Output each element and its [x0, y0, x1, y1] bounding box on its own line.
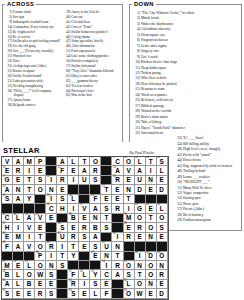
cell-number: 31 — [3, 214, 6, 217]
grid-cell-r12c2: 52E — [13, 261, 24, 270]
cell-letter: U — [137, 177, 142, 183]
cell-letter: T — [116, 253, 120, 259]
clue-text: “Tiny Alice” dramatist Edward — [71, 69, 114, 73]
cell-letter: O — [137, 281, 142, 287]
grid-cell-r14c15: E — [157, 280, 168, 289]
clue-text: Tea leaf readers — [71, 84, 93, 88]
grid-cell-r6c9: A — [90, 204, 101, 213]
cell-number: 48 — [135, 252, 138, 255]
black-cell-r14c11 — [112, 280, 123, 289]
cell-letter: S — [93, 244, 97, 250]
grid-cell-r14c9: S — [90, 280, 101, 289]
grid-cell-r5c6: S — [57, 195, 68, 204]
cell-letter: I — [150, 168, 152, 174]
grid-cell-r3c15: E — [157, 176, 168, 185]
cell-letter: E — [5, 168, 9, 174]
byline: By Paul Placko — [129, 150, 154, 155]
clue-text: Stellar plea to quit fooling around? — [12, 39, 60, 43]
grid-cell-r11c14: 49D — [146, 252, 157, 261]
grid-cell-r8c13: R — [135, 223, 146, 232]
cell-letter: V — [27, 244, 31, 250]
clue-text: High-level execs, slangily — [182, 147, 220, 151]
cell-letter: E — [104, 281, 108, 287]
cell-letter: V — [27, 225, 31, 231]
cell-number: 23 — [47, 195, 50, 198]
cell-number: 56 — [3, 271, 6, 274]
clue-text: Tel ___, Israel — [182, 136, 204, 140]
grid-cell-r7c2: 32L — [13, 214, 24, 223]
clue-text: Femme fatale — [12, 10, 31, 14]
cell-letter: L — [127, 281, 131, 287]
cell-number: 61 — [69, 280, 72, 283]
clue-text: Sinus specialist, briefly — [71, 39, 104, 43]
across-clue-column-2: 39) Amor, to the Greeks40) Cast out41) C… — [65, 10, 121, 108]
grid-cell-r9c12: R — [124, 233, 135, 242]
grid-cell-r11c11: T — [112, 252, 123, 261]
clue-text: Narcissist’s love — [71, 89, 94, 93]
grid-cell-r4c10: 21T — [101, 185, 112, 194]
cell-letter: L — [138, 159, 142, 165]
cell-number: 30 — [157, 204, 160, 207]
grid-cell-r2c14: I — [146, 166, 157, 175]
grid-cell-r12c15: N — [157, 261, 168, 270]
cell-letter: F — [104, 291, 108, 297]
down-clues-beside-grid: 33) Tel ___, Israel34) Bill-killing abil… — [176, 136, 239, 223]
grid-cell-r7c9: N — [90, 214, 101, 223]
cell-letter: S — [5, 291, 9, 297]
cell-number: 40 — [3, 233, 6, 236]
grid-cell-r6c13: 28G — [135, 204, 146, 213]
clue-text: Kitchen device that rings — [140, 60, 177, 64]
cell-number: 25 — [91, 195, 94, 198]
cell-letter: R — [71, 234, 76, 240]
cell-letter: B — [93, 225, 98, 231]
grid-cell-r4c4: O — [35, 185, 46, 194]
grid-cell-r5c12: T — [124, 195, 135, 204]
grid-cell-r9c9: A — [90, 233, 101, 242]
cell-letter: R — [82, 225, 87, 231]
grid-cell-r1c9: 8O — [90, 157, 101, 166]
grid-cell-r8c12: 39E — [124, 223, 135, 232]
cell-number: 42 — [113, 233, 116, 236]
grid-cell-r7c10: T — [101, 214, 112, 223]
cell-letter: E — [38, 168, 42, 174]
cell-letter: A — [137, 168, 142, 174]
cell-letter: R — [16, 168, 21, 174]
cell-letter: B — [27, 281, 32, 287]
across-clue-columns: 1) Femme fatale5) Sax type9) Indianapoli… — [3, 5, 122, 110]
cell-letter: E — [149, 187, 153, 193]
cell-number: 29 — [146, 204, 149, 207]
cell-letter: T — [38, 234, 42, 240]
grid-cell-r14c12: 62L — [124, 280, 135, 289]
grid-cell-r10c8: E — [79, 242, 90, 251]
grid-cell-r3c14: N — [146, 176, 157, 185]
cell-letter: I — [139, 253, 141, 259]
crossword-page: ACROSS 1) Femme fatale5) Sax type9) Indi… — [0, 0, 244, 300]
grid-cell-r3c11: 19R — [112, 176, 123, 185]
cell-letter: R — [38, 291, 43, 297]
clue-text: Reasons to cram — [140, 87, 165, 91]
clue-text: Org. supported by trick-or-treaters — [182, 164, 232, 168]
cell-letter: E — [126, 177, 130, 183]
grid-cell-r13c10: C — [101, 270, 112, 279]
cell-letter: H — [60, 206, 65, 212]
cell-letter: S — [104, 206, 108, 212]
cell-number: 13 — [157, 157, 160, 160]
grid-cell-r2c3: I — [24, 166, 35, 175]
grid-cell-r13c4: W — [35, 270, 46, 279]
cell-number: 11 — [135, 157, 138, 160]
cell-letter: E — [149, 291, 153, 297]
grid-cell-r12c5: N — [46, 261, 57, 270]
grid-cell-r9c2: M — [13, 233, 24, 242]
cell-letter: I — [50, 253, 52, 259]
cell-letter: S — [5, 196, 9, 202]
cell-letter: T — [71, 244, 75, 250]
clue-text: Stellar hometown politico? — [71, 30, 109, 34]
grid-cell-r3c8: U — [79, 176, 90, 185]
cell-letter: R — [93, 168, 98, 174]
cell-letter: L — [160, 206, 164, 212]
title-bar: STELLAR By Paul Placko — [2, 142, 168, 156]
cell-letter: I — [128, 206, 130, 212]
grid-cell-r14c4: E — [35, 280, 46, 289]
cell-letter: N — [93, 215, 98, 221]
clue-text: Heap kudos upon — [140, 66, 166, 70]
cell-letter: S — [93, 281, 97, 287]
clue-text: Match locale — [140, 16, 160, 20]
cell-letter: M — [15, 234, 20, 240]
grid-cell-r15c9: L — [90, 289, 101, 298]
cell-number: 47 — [91, 252, 94, 255]
grid-cell-r10c7: T — [68, 242, 79, 251]
cell-letter: N — [49, 263, 54, 269]
black-cell-r1c5 — [46, 157, 57, 166]
clue-text: Boris’s alma mater — [140, 115, 168, 119]
grid-cell-r14c7: 61R — [68, 280, 79, 289]
cell-number: 6 — [69, 157, 70, 160]
cell-letter: A — [93, 234, 98, 240]
cell-number: 19 — [113, 176, 116, 179]
cell-letter: I — [72, 206, 74, 212]
cell-letter: R — [137, 225, 142, 231]
grid-cell-r7c5: E — [46, 214, 57, 223]
clue-text: Wheelless vehicle — [140, 76, 167, 80]
cell-letter: T — [27, 187, 31, 193]
grid-cell-r11c7: Y — [68, 252, 79, 261]
cell-number: 57 — [69, 271, 72, 274]
cell-number: 20 — [3, 186, 6, 189]
cell-number: 27 — [80, 204, 83, 207]
grid-cell-r10c10: 45U — [101, 242, 112, 251]
grid-cell-r2c7: E — [68, 166, 79, 175]
cell-letter: T — [60, 253, 64, 259]
grid-cell-r5c2: A — [13, 195, 24, 204]
clue-text: Succotash bean — [140, 131, 163, 135]
cell-letter: L — [16, 215, 20, 221]
cell-number: 28 — [135, 204, 138, 207]
cell-letter: E — [71, 168, 75, 174]
clue-text: Take a licking — [140, 120, 161, 124]
cell-letter: L — [160, 168, 164, 174]
clue-text: Belgrade natives — [12, 103, 36, 107]
grid-cell-r1c7: 6L — [68, 157, 79, 166]
cell-number: 34 — [36, 214, 39, 217]
cell-letter: Y — [71, 253, 75, 259]
clue-text: Stellar fisherman? — [71, 64, 97, 68]
cell-number: 53 — [25, 261, 28, 264]
cell-number: 64 — [69, 290, 72, 293]
grid-cell-r1c2: 2A — [13, 157, 24, 166]
grid-cell-r14c8: I — [79, 280, 90, 289]
down-clue-59: 59) Fashion monogram — [176, 218, 239, 223]
grid-cell-r13c3: O — [24, 270, 35, 279]
grid-cell-r15c10: F — [101, 289, 112, 298]
grid-cell-r7c3: 33A — [24, 214, 35, 223]
cell-letter: S — [49, 291, 53, 297]
cell-number: 36 — [124, 214, 127, 217]
cell-letter: E — [49, 281, 53, 287]
cell-letter: U — [82, 177, 87, 183]
cell-letter: Y — [27, 196, 31, 202]
grid-cell-r14c1: 60A — [2, 280, 13, 289]
cell-letter: A — [16, 244, 21, 250]
grid-cell-r6c10: S — [101, 204, 112, 213]
black-cell-r7c11 — [112, 214, 123, 223]
grid-cell-r5c7: 24L — [68, 195, 79, 204]
grid-cell-r9c7: R — [68, 233, 79, 242]
grid-cell-r15c2: E — [13, 289, 24, 298]
black-cell-r2c10 — [101, 166, 112, 175]
cell-number: 45 — [102, 242, 105, 245]
black-cell-r4c8 — [79, 185, 90, 194]
cell-letter: I — [28, 234, 30, 240]
black-cell-r13c6 — [57, 270, 68, 279]
cell-letter: L — [27, 263, 31, 269]
clue-text: From square one — [140, 33, 165, 37]
cell-letter: O — [93, 159, 98, 165]
cell-number: 41 — [58, 233, 61, 236]
cell-letter: E — [149, 206, 153, 212]
grid-cell-r5c1: 22S — [2, 195, 13, 204]
cell-number: 7 — [80, 157, 81, 160]
clue-text: Cast out — [71, 15, 83, 19]
cell-number: 58 — [80, 271, 83, 274]
grid-cell-r5c3: Y — [24, 195, 35, 204]
cell-letter: E — [160, 234, 164, 240]
cell-number: 4 — [36, 157, 37, 160]
cell-number: 5 — [58, 157, 59, 160]
cell-number: 22 — [3, 195, 6, 198]
cell-letter: A — [82, 168, 87, 174]
grid-cell-r9c8: S — [79, 233, 90, 242]
grid-cell-r12c10: 54I — [101, 261, 112, 270]
grid-cell-r10c3: V — [24, 242, 35, 251]
grid-cell-r9c15: E — [157, 233, 168, 242]
grid-cell-r7c8: E — [79, 214, 90, 223]
grid-cell-r1c3: 3M — [24, 157, 35, 166]
cell-letter: T — [82, 159, 86, 165]
grid-cell-r15c15: D — [157, 289, 168, 298]
cell-letter: E — [104, 196, 108, 202]
cell-number: 2 — [14, 157, 15, 160]
clue-text: Be frightened of — [12, 30, 35, 34]
cell-letter: T — [104, 187, 108, 193]
clue-text: Indianapolis football team — [12, 20, 48, 24]
cell-letter: E — [82, 291, 86, 297]
grid-cell-r9c3: I — [24, 233, 35, 242]
cell-letter: N — [115, 244, 120, 250]
cell-number: 9 — [113, 157, 114, 160]
black-cell-r15c11 — [112, 289, 123, 298]
cell-number: 3 — [25, 157, 26, 160]
clue-text: Word on a quarter — [140, 93, 167, 97]
cell-number: 37 — [3, 223, 6, 226]
grid-cell-r3c5: 18I — [46, 176, 57, 185]
cell-letter: E — [16, 291, 20, 297]
grid-cell-r12c12: 55O — [124, 261, 135, 270]
cell-letter: R — [60, 177, 65, 183]
black-cell-r1c10 — [101, 157, 112, 166]
grid-cell-r14c3: B — [24, 280, 35, 289]
clue-text: Hoses down — [182, 158, 201, 162]
cell-letter: P — [38, 159, 42, 165]
cell-letter: O — [38, 187, 43, 193]
grid-cell-r8c4: E — [35, 223, 46, 232]
grid-cell-r14c10: E — [101, 280, 112, 289]
cell-letter: S — [60, 196, 64, 202]
cell-letter: E — [137, 234, 141, 240]
cell-letter: E — [115, 196, 119, 202]
cell-letter: E — [38, 281, 42, 287]
clue-text: Walter the daydreamer — [140, 22, 174, 26]
grid-cell-r5c11: E — [112, 195, 123, 204]
clue-text: Cara of “Fame” — [71, 25, 93, 29]
clue-text: Crying shame — [71, 35, 91, 39]
cell-letter: A — [115, 272, 120, 278]
clue-text: Biblical passage — [140, 104, 164, 108]
cell-letter: L — [71, 159, 75, 165]
cell-letter: E — [16, 263, 20, 269]
clue-text: “The City Without Clocks,” for short — [140, 11, 194, 15]
grid-cell-r6c15: 30L — [157, 204, 168, 213]
cell-letter: O — [38, 263, 43, 269]
clue-text: Botches completely — [71, 59, 99, 63]
cell-number: 24 — [69, 195, 72, 198]
cell-letter: N — [137, 263, 142, 269]
cell-number: 33 — [25, 214, 28, 217]
cell-letter: N — [148, 177, 153, 183]
grid-cell-r9c4: T — [35, 233, 46, 242]
cell-letter: E — [82, 244, 86, 250]
grid-cell-r3c3: T — [24, 176, 35, 185]
grid-cell-r8c7: E — [68, 223, 79, 232]
grid-cell-r3c4: S — [35, 176, 46, 185]
cell-letter: S — [160, 225, 164, 231]
grid-cell-r15c12: 65O — [124, 289, 135, 298]
cell-letter: V — [5, 159, 9, 165]
across-clue-38: 38) Belgrade natives — [6, 103, 62, 108]
cell-letter: S — [38, 177, 42, 183]
clue-text: Be of service — [12, 35, 31, 39]
grid-cell-r11c5: I — [46, 252, 57, 261]
grid-cell-r2c2: R — [13, 166, 24, 175]
cell-letter: S — [93, 177, 97, 183]
cell-letter: L — [16, 272, 20, 278]
grid-cell-r13c13: T — [135, 270, 146, 279]
cell-letter: A — [16, 196, 21, 202]
cell-letter: I — [17, 225, 19, 231]
grid-cell-r3c13: U — [135, 176, 146, 185]
cell-number: 38 — [58, 223, 61, 226]
grid-cell-r6c6: H — [57, 204, 68, 213]
grid-cell-r4c15: D — [157, 185, 168, 194]
grid-cell-r2c4: E — [35, 166, 46, 175]
grid-cell-r13c14: O — [146, 270, 157, 279]
grid-cell-r2c6: 15F — [57, 166, 68, 175]
cell-number: 26 — [47, 204, 50, 207]
cell-letter: R — [115, 263, 120, 269]
cell-letter: S — [49, 272, 53, 278]
cell-letter: A — [93, 206, 98, 212]
black-cell-r3c10 — [101, 176, 112, 185]
cell-letter: E — [71, 225, 75, 231]
clue-text: “Hello, ___!” (cell company slogan) — [12, 89, 51, 98]
cell-number: 32 — [14, 214, 17, 217]
grid-cell-r5c10: E — [101, 195, 112, 204]
grid-cell-r4c12: N — [124, 185, 135, 194]
across-header: ACROSS — [5, 1, 36, 7]
grid-cell-r12c4: O — [35, 261, 46, 270]
cell-letter: M — [26, 159, 31, 165]
grid-cell-r4c13: D — [135, 185, 146, 194]
grid-cell-r4c2: N — [13, 185, 24, 194]
cell-letter: O — [38, 244, 43, 250]
clue-text: Wound at the corrida — [140, 109, 171, 113]
cell-number: 55 — [124, 261, 127, 264]
cell-letter: E — [115, 187, 119, 193]
cell-letter: I — [50, 196, 52, 202]
clue-text: Lorna ___ cookies — [182, 175, 210, 179]
cell-letter: E — [27, 291, 31, 297]
cell-letter: A — [16, 159, 21, 165]
grid-cell-r10c1: 43F — [2, 242, 13, 251]
cell-letter: E — [5, 234, 9, 240]
grid-cell-r6c5: 26C — [46, 204, 57, 213]
grid-cell-r10c6: I — [57, 242, 68, 251]
clue-text: Latin percussion stick — [12, 79, 43, 83]
clue-text: Celestial bear — [71, 20, 90, 24]
grid-cell-r12c13: N — [135, 261, 146, 270]
clue-text: Trident prong — [140, 71, 161, 75]
clue-text: Surgery ctrs. — [140, 49, 159, 53]
clue-text: Bill-killing ability — [182, 142, 209, 146]
cell-letter: R — [159, 272, 164, 278]
black-cell-r5c4 — [35, 195, 46, 204]
grid-cell-r8c9: B — [90, 223, 101, 232]
clue-text: Trailing behind — [182, 169, 205, 173]
clue-text: Norse port — [182, 202, 198, 206]
clue-text: Hayes’ “South Park” character — [140, 126, 185, 130]
cell-letter: D — [137, 187, 142, 193]
grid-cell-r8c3: V — [24, 223, 35, 232]
cell-letter: E — [49, 215, 53, 221]
cell-number: 46 — [36, 252, 39, 255]
clue-text: Commodore Perry victory site — [12, 25, 54, 29]
cell-letter: T — [27, 177, 31, 183]
grid-cell-r14c14: N — [146, 280, 157, 289]
